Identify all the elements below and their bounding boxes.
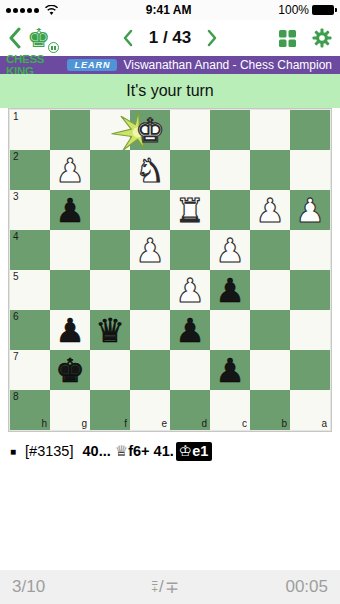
rank-label-5: 5 [13,271,19,282]
square-a8[interactable]: a [290,390,330,430]
square-c8[interactable]: c [210,390,250,430]
square-h3[interactable]: 3 [10,190,50,230]
square-g5[interactable] [50,270,90,310]
learn-badge: LEARN [67,59,117,71]
square-c7[interactable]: ♟ [210,350,250,390]
square-f2[interactable] [90,150,130,190]
piece-white-rook[interactable]: ♜ [170,190,210,230]
square-e2[interactable]: ♞ [130,150,170,190]
square-d1[interactable] [170,110,210,150]
square-b3[interactable]: ♟ [250,190,290,230]
app-window: 9:41 AM 100% ♚ 1 / 43 [0,0,340,604]
square-a6[interactable] [290,310,330,350]
signal-strength-icon [6,8,39,13]
square-h4[interactable]: 4 [10,230,50,270]
square-b7[interactable] [250,350,290,390]
queen-figurine-icon: ♕ [115,442,128,460]
piece-white-pawn[interactable]: ♟ [290,190,330,230]
square-c2[interactable] [210,150,250,190]
rank-label-8: 8 [13,391,19,402]
square-e7[interactable] [130,350,170,390]
clock-time: 9:41 AM [59,3,278,17]
square-f6[interactable]: ♛ [90,310,130,350]
square-g3[interactable]: ♟ [50,190,90,230]
square-e5[interactable] [130,270,170,310]
evaluation-label: =+/∓ [152,577,179,598]
square-g2[interactable]: ♟ [50,150,90,190]
score-label: 3/10 [12,577,45,597]
piece-white-pawn[interactable]: ♟ [50,150,90,190]
square-e3[interactable] [130,190,170,230]
square-b4[interactable] [250,230,290,270]
square-a2[interactable] [290,150,330,190]
next-puzzle-button[interactable] [207,29,218,47]
move-bar: ■ [#3135] 40... ♕f6+ 41.♔e1 [0,432,340,466]
square-c5[interactable]: ♟ [210,270,250,310]
timer-label: 00:05 [285,577,328,597]
square-d5[interactable]: ♟ [170,270,210,310]
file-label-h: h [41,418,47,429]
rank-label-6: 6 [13,311,19,322]
chess-king-logo[interactable]: ♚ [27,23,57,53]
square-f5[interactable] [90,270,130,310]
piece-black-queen[interactable]: ♛ [90,310,130,350]
move-1[interactable]: 40... ♕f6+ [83,443,150,459]
app-header: CHESS KING LEARN Viswanathan Anand - Che… [0,56,340,74]
square-a7[interactable] [290,350,330,390]
piece-black-pawn[interactable]: ♟ [50,310,90,350]
square-h7[interactable]: 7 [10,350,50,390]
nav-bar: ♚ 1 / 43 [0,20,340,56]
file-label-f: f [124,418,127,429]
square-c3[interactable] [210,190,250,230]
move-2-number: 41. [154,443,174,459]
square-a4[interactable] [290,230,330,270]
piece-white-pawn[interactable]: ♟ [210,230,250,270]
square-e1[interactable]: ♚ [130,110,170,150]
file-label-e: e [161,418,167,429]
square-e4[interactable]: ♟ [130,230,170,270]
battery-percent: 100% [278,3,309,17]
square-g8[interactable]: g [50,390,90,430]
file-label-g: g [81,418,87,429]
pause-badge-icon [48,42,59,53]
piece-white-pawn[interactable]: ♟ [170,270,210,310]
square-g7[interactable]: ♚ [50,350,90,390]
square-f3[interactable] [90,190,130,230]
content-spacer [0,466,340,570]
battery-icon [312,5,334,15]
bottom-toolbar: 3/10 =+/∓ 00:05 [0,570,340,604]
square-d8[interactable]: d [170,390,210,430]
square-b2[interactable] [250,150,290,190]
turn-banner: It's your turn [0,74,340,108]
square-c4[interactable]: ♟ [210,230,250,270]
file-label-b: b [281,418,287,429]
square-b8[interactable]: b [250,390,290,430]
eval-equal-plus-icon: =+ [152,580,158,593]
square-h8[interactable]: 8h [10,390,50,430]
piece-white-pawn[interactable]: ♟ [130,230,170,270]
square-b5[interactable] [250,270,290,310]
course-title: Viswanathan Anand - Chess Champion [123,58,334,72]
square-d2[interactable] [170,150,210,190]
square-d4[interactable] [170,230,210,270]
rank-label-1: 1 [13,111,19,122]
piece-white-king[interactable]: ♚ [130,110,170,150]
square-b1[interactable] [250,110,290,150]
piece-black-pawn[interactable]: ♟ [170,310,210,350]
chess-board: 1♚2♟♞3♟♜♟♟4♟♟5♟♟6♟♛♟7♚♟8hgfedcba [9,109,331,431]
rank-label-4: 4 [13,231,19,242]
square-a5[interactable] [290,270,330,310]
square-c1[interactable] [210,110,250,150]
square-c6[interactable] [210,310,250,350]
square-d7[interactable] [170,350,210,390]
square-h5[interactable]: 5 [10,270,50,310]
square-h2[interactable]: 2 [10,150,50,190]
back-button[interactable] [8,27,21,49]
puzzle-id: [#3135] [25,443,73,459]
board-frame: 1♚2♟♞3♟♜♟♟4♟♟5♟♟6♟♛♟7♚♟8hgfedcba [8,108,332,432]
gear-icon[interactable] [312,28,332,48]
square-g1[interactable] [50,110,90,150]
square-d3[interactable]: ♜ [170,190,210,230]
rank-label-7: 7 [13,351,19,362]
square-g6[interactable]: ♟ [50,310,90,350]
last-move-chip[interactable]: ♔e1 [176,442,213,461]
square-f8[interactable]: f [90,390,130,430]
square-d6[interactable]: ♟ [170,310,210,350]
square-a3[interactable]: ♟ [290,190,330,230]
black-to-move-marker: ■ [10,446,16,457]
square-h1[interactable]: 1 [10,110,50,150]
piece-white-knight[interactable]: ♞ [130,150,170,190]
piece-black-pawn[interactable]: ♟ [210,350,250,390]
square-e6[interactable] [130,310,170,350]
rank-label-3: 3 [13,191,19,202]
status-bar: 9:41 AM 100% [0,0,340,20]
square-a1[interactable] [290,110,330,150]
piece-black-pawn[interactable]: ♟ [210,270,250,310]
wifi-icon [44,5,59,16]
square-h6[interactable]: 6 [10,310,50,350]
king-figurine-icon: ♔ [179,442,192,460]
piece-black-king[interactable]: ♚ [50,350,90,390]
file-label-d: d [201,418,207,429]
prev-puzzle-button[interactable] [122,29,133,47]
square-e8[interactable]: e [130,390,170,430]
square-f7[interactable] [90,350,130,390]
file-label-a: a [321,418,327,429]
square-f4[interactable] [90,230,130,270]
grid-view-icon[interactable] [279,30,296,47]
square-b6[interactable] [250,310,290,350]
file-label-c: c [242,418,247,429]
square-g4[interactable] [50,230,90,270]
piece-white-pawn[interactable]: ♟ [250,190,290,230]
rank-label-2: 2 [13,151,19,162]
piece-black-pawn[interactable]: ♟ [50,190,90,230]
puzzle-counter: 1 / 43 [149,28,192,48]
eval-minus-plus-icon: ∓ [165,577,179,598]
